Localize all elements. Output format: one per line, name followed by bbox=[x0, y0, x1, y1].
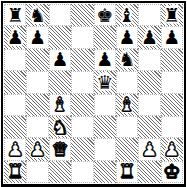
square-c8[interactable] bbox=[49, 4, 71, 26]
square-a5[interactable] bbox=[4, 71, 26, 93]
square-d2[interactable] bbox=[71, 138, 93, 160]
black-knight-icon: ♞ bbox=[119, 50, 136, 69]
square-b6[interactable] bbox=[26, 49, 48, 71]
black-pawn-icon: ♟ bbox=[51, 50, 68, 69]
white-pawn-icon: ♟ bbox=[7, 139, 24, 158]
square-e1[interactable] bbox=[94, 161, 116, 183]
square-e4[interactable] bbox=[94, 94, 116, 116]
square-g7[interactable]: ♟ bbox=[138, 26, 160, 48]
square-c3[interactable]: ♞ bbox=[49, 116, 71, 138]
square-h2[interactable]: ♟ bbox=[161, 138, 183, 160]
square-a4[interactable] bbox=[4, 94, 26, 116]
black-bishop-icon: ♝ bbox=[119, 5, 136, 24]
square-g8[interactable] bbox=[138, 4, 160, 26]
white-pawn-icon: ♟ bbox=[163, 139, 180, 158]
black-rook-icon: ♜ bbox=[163, 5, 180, 24]
square-g3[interactable] bbox=[138, 116, 160, 138]
white-rook-icon: ♜ bbox=[7, 162, 24, 181]
square-a8[interactable]: ♜ bbox=[4, 4, 26, 26]
black-pawn-icon: ♟ bbox=[163, 28, 180, 47]
square-h3[interactable] bbox=[161, 116, 183, 138]
square-h4[interactable] bbox=[161, 94, 183, 116]
black-pawn-icon: ♟ bbox=[7, 28, 24, 47]
square-f7[interactable]: ♟ bbox=[116, 26, 138, 48]
square-g4[interactable] bbox=[138, 94, 160, 116]
square-c4[interactable]: ♝ bbox=[49, 94, 71, 116]
square-h8[interactable]: ♜ bbox=[161, 4, 183, 26]
square-h6[interactable] bbox=[161, 49, 183, 71]
square-b5[interactable] bbox=[26, 71, 48, 93]
white-queen-icon: ♛ bbox=[51, 139, 68, 158]
square-c5[interactable] bbox=[49, 71, 71, 93]
square-f8[interactable]: ♝ bbox=[116, 4, 138, 26]
white-bishop-icon: ♝ bbox=[51, 95, 68, 114]
white-pawn-icon: ♟ bbox=[29, 139, 46, 158]
square-a3[interactable] bbox=[4, 116, 26, 138]
black-queen-icon: ♛ bbox=[96, 72, 113, 91]
square-b4[interactable] bbox=[26, 94, 48, 116]
square-g6[interactable] bbox=[138, 49, 160, 71]
square-e7[interactable] bbox=[94, 26, 116, 48]
square-c7[interactable] bbox=[49, 26, 71, 48]
square-d6[interactable] bbox=[71, 49, 93, 71]
square-b3[interactable] bbox=[26, 116, 48, 138]
square-c2[interactable]: ♛ bbox=[49, 138, 71, 160]
square-d4[interactable] bbox=[71, 94, 93, 116]
square-e6[interactable]: ♟ bbox=[94, 49, 116, 71]
square-f1[interactable]: ♜ bbox=[116, 161, 138, 183]
square-d8[interactable] bbox=[71, 4, 93, 26]
square-c1[interactable] bbox=[49, 161, 71, 183]
square-e3[interactable] bbox=[94, 116, 116, 138]
square-h5[interactable] bbox=[161, 71, 183, 93]
square-g5[interactable] bbox=[138, 71, 160, 93]
chess-board-frame: ♜♞♚♝♜♟♟♟♟♟♟♟♞♛♝♝♞♟♟♛♟♟♜♜♚ bbox=[1, 1, 186, 187]
black-pawn-icon: ♟ bbox=[29, 28, 46, 47]
square-b8[interactable]: ♞ bbox=[26, 4, 48, 26]
black-knight-icon: ♞ bbox=[29, 5, 46, 24]
square-b1[interactable] bbox=[26, 161, 48, 183]
square-a6[interactable] bbox=[4, 49, 26, 71]
white-rook-icon: ♜ bbox=[119, 162, 136, 181]
square-b2[interactable]: ♟ bbox=[26, 138, 48, 160]
square-f4[interactable]: ♝ bbox=[116, 94, 138, 116]
square-h1[interactable]: ♚ bbox=[161, 161, 183, 183]
square-f2[interactable] bbox=[116, 138, 138, 160]
square-f6[interactable]: ♞ bbox=[116, 49, 138, 71]
black-rook-icon: ♜ bbox=[7, 5, 24, 24]
square-a1[interactable]: ♜ bbox=[4, 161, 26, 183]
square-a7[interactable]: ♟ bbox=[4, 26, 26, 48]
black-pawn-icon: ♟ bbox=[96, 50, 113, 69]
square-f5[interactable] bbox=[116, 71, 138, 93]
black-king-icon: ♚ bbox=[96, 5, 113, 24]
square-d5[interactable] bbox=[71, 71, 93, 93]
white-bishop-icon: ♝ bbox=[119, 95, 136, 114]
square-d7[interactable] bbox=[71, 26, 93, 48]
square-a2[interactable]: ♟ bbox=[4, 138, 26, 160]
square-f3[interactable] bbox=[116, 116, 138, 138]
white-knight-icon: ♞ bbox=[51, 117, 68, 136]
white-king-icon: ♚ bbox=[163, 162, 180, 181]
square-g2[interactable]: ♟ bbox=[138, 138, 160, 160]
chess-board: ♜♞♚♝♜♟♟♟♟♟♟♟♞♛♝♝♞♟♟♛♟♟♜♜♚ bbox=[4, 4, 183, 183]
square-e2[interactable] bbox=[94, 138, 116, 160]
white-pawn-icon: ♟ bbox=[141, 139, 158, 158]
black-pawn-icon: ♟ bbox=[141, 28, 158, 47]
square-e8[interactable]: ♚ bbox=[94, 4, 116, 26]
square-g1[interactable] bbox=[138, 161, 160, 183]
square-b7[interactable]: ♟ bbox=[26, 26, 48, 48]
square-h7[interactable]: ♟ bbox=[161, 26, 183, 48]
square-e5[interactable]: ♛ bbox=[94, 71, 116, 93]
square-d1[interactable] bbox=[71, 161, 93, 183]
square-d3[interactable] bbox=[71, 116, 93, 138]
black-pawn-icon: ♟ bbox=[119, 28, 136, 47]
square-c6[interactable]: ♟ bbox=[49, 49, 71, 71]
